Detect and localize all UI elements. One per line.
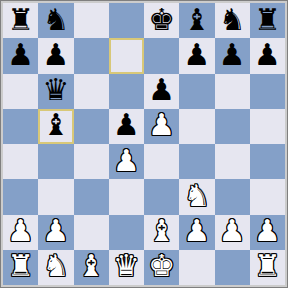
square-d5[interactable]: ♟ [109,109,144,144]
white-bishop[interactable]: ♝ [78,251,105,281]
white-pawn[interactable]: ♟ [113,146,140,176]
black-bishop[interactable]: ♝ [42,110,69,140]
white-queen[interactable]: ♛ [113,251,140,281]
chess-board[interactable]: ♜♞♚♝♞♜♟♟♟♟♟♛♟♝♟♟♟♞♟♟♝♟♟♟♜♞♝♛♚♜ [3,3,285,285]
square-h6[interactable] [250,74,285,109]
square-h2[interactable]: ♟ [250,215,285,250]
white-rook[interactable]: ♜ [254,251,281,281]
square-h7[interactable]: ♟ [250,38,285,73]
black-pawn[interactable]: ♟ [7,40,34,70]
square-b2[interactable]: ♟ [38,215,73,250]
square-e2[interactable]: ♝ [144,215,179,250]
square-b7[interactable]: ♟ [38,38,73,73]
square-a2[interactable]: ♟ [3,215,38,250]
square-c2[interactable] [74,215,109,250]
square-e6[interactable]: ♟ [144,74,179,109]
black-knight[interactable]: ♞ [42,5,69,35]
square-f7[interactable]: ♟ [179,38,214,73]
black-rook[interactable]: ♜ [7,5,34,35]
square-f5[interactable] [179,109,214,144]
square-e3[interactable] [144,179,179,214]
black-pawn[interactable]: ♟ [113,110,140,140]
square-e7[interactable] [144,38,179,73]
square-b6[interactable]: ♛ [38,74,73,109]
square-h8[interactable]: ♜ [250,3,285,38]
square-c6[interactable] [74,74,109,109]
square-d3[interactable] [109,179,144,214]
square-b1[interactable]: ♞ [38,250,73,285]
square-d1[interactable]: ♛ [109,250,144,285]
square-h3[interactable] [250,179,285,214]
black-pawn[interactable]: ♟ [219,40,246,70]
square-h4[interactable] [250,144,285,179]
square-g7[interactable]: ♟ [215,38,250,73]
black-queen[interactable]: ♛ [42,75,69,105]
square-f4[interactable] [179,144,214,179]
black-rook[interactable]: ♜ [254,5,281,35]
square-d2[interactable] [109,215,144,250]
board-frame: ♜♞♚♝♞♜♟♟♟♟♟♛♟♝♟♟♟♞♟♟♝♟♟♟♜♞♝♛♚♜ [0,0,288,288]
white-pawn[interactable]: ♟ [148,110,175,140]
square-c3[interactable] [74,179,109,214]
square-b3[interactable] [38,179,73,214]
square-a5[interactable] [3,109,38,144]
black-pawn[interactable]: ♟ [183,40,210,70]
white-bishop[interactable]: ♝ [148,216,175,246]
square-a7[interactable]: ♟ [3,38,38,73]
square-g3[interactable] [215,179,250,214]
white-pawn[interactable]: ♟ [183,216,210,246]
white-knight[interactable]: ♞ [183,181,210,211]
square-c7[interactable] [74,38,109,73]
square-g5[interactable] [215,109,250,144]
white-pawn[interactable]: ♟ [42,216,69,246]
square-d4[interactable]: ♟ [109,144,144,179]
square-d7[interactable] [109,38,144,73]
square-b5[interactable]: ♝ [38,109,73,144]
white-knight[interactable]: ♞ [42,251,69,281]
black-pawn[interactable]: ♟ [254,40,281,70]
square-f2[interactable]: ♟ [179,215,214,250]
square-a6[interactable] [3,74,38,109]
black-king[interactable]: ♚ [148,5,175,35]
square-a1[interactable]: ♜ [3,250,38,285]
square-a3[interactable] [3,179,38,214]
white-rook[interactable]: ♜ [7,251,34,281]
square-f6[interactable] [179,74,214,109]
square-b8[interactable]: ♞ [38,3,73,38]
white-pawn[interactable]: ♟ [7,216,34,246]
square-e4[interactable] [144,144,179,179]
square-e8[interactable]: ♚ [144,3,179,38]
square-a8[interactable]: ♜ [3,3,38,38]
white-king[interactable]: ♚ [148,251,175,281]
square-g6[interactable] [215,74,250,109]
square-h5[interactable] [250,109,285,144]
square-e1[interactable]: ♚ [144,250,179,285]
square-e5[interactable]: ♟ [144,109,179,144]
square-f8[interactable]: ♝ [179,3,214,38]
square-f3[interactable]: ♞ [179,179,214,214]
square-g1[interactable] [215,250,250,285]
square-g8[interactable]: ♞ [215,3,250,38]
square-c4[interactable] [74,144,109,179]
black-bishop[interactable]: ♝ [183,5,210,35]
square-c1[interactable]: ♝ [74,250,109,285]
square-f1[interactable] [179,250,214,285]
white-pawn[interactable]: ♟ [254,216,281,246]
black-knight[interactable]: ♞ [219,5,246,35]
square-g2[interactable]: ♟ [215,215,250,250]
square-d8[interactable] [109,3,144,38]
square-g4[interactable] [215,144,250,179]
square-b4[interactable] [38,144,73,179]
square-h1[interactable]: ♜ [250,250,285,285]
black-pawn[interactable]: ♟ [42,40,69,70]
square-c5[interactable] [74,109,109,144]
black-pawn[interactable]: ♟ [148,75,175,105]
square-d6[interactable] [109,74,144,109]
board-mat: ♜♞♚♝♞♜♟♟♟♟♟♛♟♝♟♟♟♞♟♟♝♟♟♟♜♞♝♛♚♜ [1,1,287,287]
white-pawn[interactable]: ♟ [219,216,246,246]
square-c8[interactable] [74,3,109,38]
square-a4[interactable] [3,144,38,179]
